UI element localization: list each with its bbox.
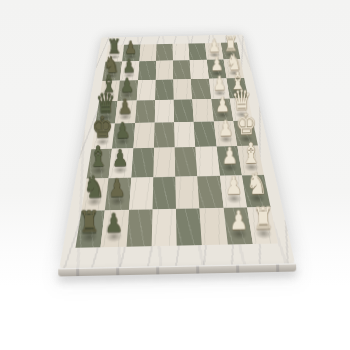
square [175,147,198,176]
square [126,209,152,247]
square [154,122,175,148]
square [138,61,156,80]
piece-green-pawn: ♟ [98,210,131,237]
square: ♜ [247,207,278,244]
piece-green-pawn: ♟ [106,146,135,170]
square [173,79,192,100]
piece-green-pawn: ♟ [113,96,139,117]
photo-background: ♜♟♟♜♞♟♟♞♝♟♟♝♛♟♟♛♚♟♟♚♝♟♟♝♞♟♟♞♜♟♟♜ [0,0,350,350]
square [173,60,191,79]
square [135,100,155,123]
square [172,43,189,60]
piece-white-king: ♚ [232,109,259,139]
piece-white-bishop: ♝ [237,138,266,167]
square [156,44,173,61]
square [176,208,202,246]
square [129,177,153,210]
chessboard: ♜♟♟♜♞♟♟♞♝♟♟♝♛♟♟♛♚♟♟♚♝♟♟♝♞♟♟♞♜♟♟♜ [59,35,295,269]
square [133,123,154,149]
square [153,148,175,177]
square [136,79,155,100]
piece-green-pawn: ♟ [115,75,139,95]
square [152,176,176,209]
square [174,99,194,122]
square [156,61,174,80]
board-tilt-wrapper: ♜♟♟♜♞♟♟♞♝♟♟♝♛♟♟♛♚♟♟♚♝♟♟♝♞♟♟♞♜♟♟♜ [0,0,350,350]
square [151,209,176,247]
piece-green-pawn: ♟ [102,176,133,201]
square: ♟ [105,177,131,210]
square [175,176,199,209]
piece-white-rook: ♜ [247,203,280,233]
square: ♟ [101,210,129,248]
square [174,122,195,148]
square [131,148,154,177]
square [155,79,174,100]
square [154,100,174,123]
piece-green-pawn: ♟ [118,56,141,75]
piece-green-pawn: ♟ [109,120,136,142]
piece-white-knight: ♞ [241,167,272,198]
square [139,44,156,61]
